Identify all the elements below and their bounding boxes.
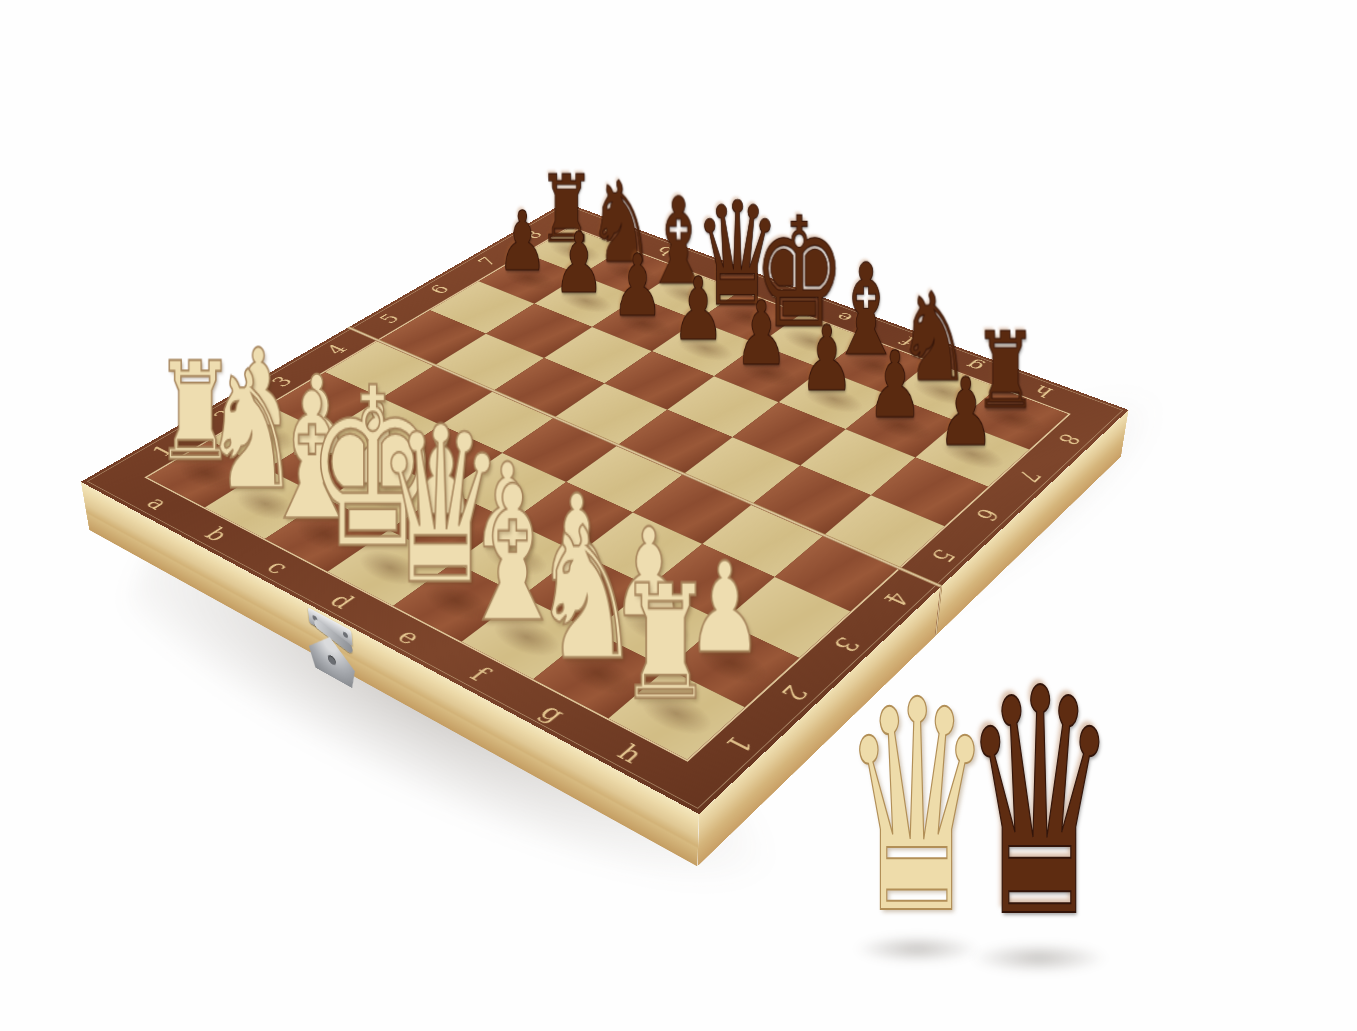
light-R-glyph: ♜ (547, 565, 783, 723)
dark-P-glyph: ♟ (882, 365, 1049, 459)
dark-queen-glyph: ♛ (962, 648, 1119, 960)
spare-dark-queen[interactable]: ♛ (962, 726, 1118, 960)
product-photo-stage: abcdefgh8877665544332211abcdefgh♜♞♝♛♚♝♞♜… (0, 0, 1357, 1031)
